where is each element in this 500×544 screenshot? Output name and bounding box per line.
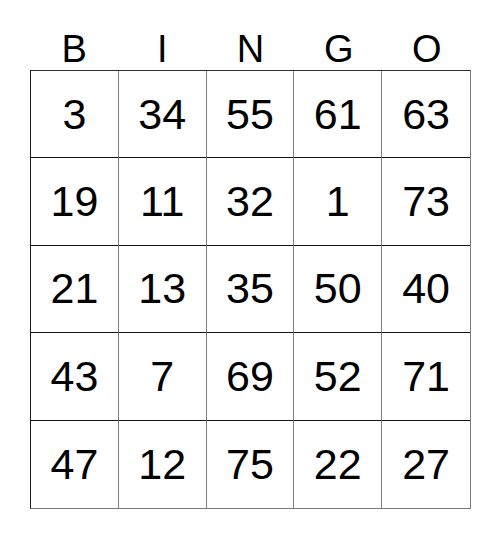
cell-r1c2[interactable]: 34	[119, 71, 207, 158]
cell-r3c2[interactable]: 13	[119, 246, 207, 333]
cell-r1c1[interactable]: 3	[31, 71, 119, 158]
cell-r3c5[interactable]: 40	[382, 246, 470, 333]
header-letter-i: I	[118, 0, 206, 70]
cell-r3c4[interactable]: 50	[294, 246, 382, 333]
cell-r1c3[interactable]: 55	[207, 71, 295, 158]
cell-r3c1[interactable]: 21	[31, 246, 119, 333]
cell-r5c3[interactable]: 75	[207, 421, 295, 508]
bingo-board: 3 34 55 61 63 19 11 32 1 73 21 13 35 50 …	[30, 70, 471, 509]
cell-r2c5[interactable]: 73	[382, 158, 470, 245]
cell-r1c4[interactable]: 61	[294, 71, 382, 158]
cell-r4c1[interactable]: 43	[31, 333, 119, 420]
cell-r2c2[interactable]: 11	[119, 158, 207, 245]
cell-r4c5[interactable]: 71	[382, 333, 470, 420]
cell-r3c3[interactable]: 35	[207, 246, 295, 333]
cell-r4c4[interactable]: 52	[294, 333, 382, 420]
cell-r4c2[interactable]: 7	[119, 333, 207, 420]
header-letter-n: N	[206, 0, 294, 70]
cell-r2c4[interactable]: 1	[294, 158, 382, 245]
cell-r5c1[interactable]: 47	[31, 421, 119, 508]
header-letter-g: G	[295, 0, 383, 70]
cell-r1c5[interactable]: 63	[382, 71, 470, 158]
bingo-header-row: B I N G O	[30, 0, 471, 70]
cell-r2c1[interactable]: 19	[31, 158, 119, 245]
header-letter-o: O	[383, 0, 471, 70]
cell-r4c3[interactable]: 69	[207, 333, 295, 420]
cell-r5c2[interactable]: 12	[119, 421, 207, 508]
cell-r2c3[interactable]: 32	[207, 158, 295, 245]
cell-r5c5[interactable]: 27	[382, 421, 470, 508]
cell-r5c4[interactable]: 22	[294, 421, 382, 508]
header-letter-b: B	[30, 0, 118, 70]
